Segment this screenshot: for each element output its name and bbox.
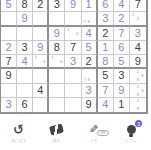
sudoku-board: 5823916479783215916427323987516474161632… — [0, 0, 148, 114]
given-digit: 9 — [86, 99, 92, 110]
user-digit: 2 — [5, 42, 11, 53]
cell-r6c8[interactable]: 5 — [114, 55, 130, 69]
memo-button[interactable]: ✎OFFメモ — [75, 117, 113, 150]
cell-r3c9[interactable]: 15 — [130, 12, 146, 26]
cell-r3c4[interactable] — [49, 12, 65, 26]
cell-r3c1[interactable] — [1, 12, 17, 26]
memo-label: メモ — [90, 138, 98, 143]
cell-r3c2[interactable]: 9 — [17, 12, 33, 26]
cell-r7c3[interactable] — [33, 69, 49, 83]
pencil-mark: 8 — [136, 78, 141, 82]
cell-r5c4[interactable]: 8 — [49, 41, 65, 55]
given-digit: 4 — [37, 85, 43, 96]
user-digit: 1 — [86, 0, 92, 10]
erase-button[interactable]: 消す — [38, 117, 76, 150]
cell-r8c6[interactable]: 3 — [82, 84, 98, 98]
undo-arrow-icon: ↺ — [12, 123, 26, 136]
cell-r3c8[interactable]: 2 — [114, 12, 130, 26]
cell-r5c9[interactable]: 4 — [130, 41, 146, 55]
memo-off-badge: OFF — [97, 130, 109, 137]
cell-r5c7[interactable]: 1 — [98, 41, 114, 55]
user-digit: 7 — [118, 28, 124, 39]
cell-r2c1[interactable]: 5 — [1, 0, 17, 12]
cell-r8c5[interactable] — [65, 84, 81, 98]
cell-r9c1[interactable]: 3 — [1, 98, 17, 112]
lightbulb-shape — [127, 125, 136, 134]
cell-r4c8[interactable]: 7 — [114, 27, 130, 41]
given-digit: 4 — [135, 42, 141, 53]
cell-r2c5[interactable]: 9 — [65, 0, 81, 12]
given-digit: 1 — [118, 99, 124, 110]
pencil-mark: 2 — [136, 99, 141, 103]
cell-r9c9[interactable]: 28 — [130, 98, 146, 112]
pencil-mark: 1 — [34, 56, 38, 60]
cell-r6c1[interactable]: 7 — [1, 55, 17, 69]
user-digit: 9 — [54, 28, 60, 39]
given-digit: 6 — [22, 99, 28, 110]
user-digit: 5 — [86, 42, 92, 53]
toolbar: ↺元に戻す消す✎OFFメモ3ヒント — [0, 117, 150, 150]
given-digit: 2 — [86, 56, 92, 67]
cell-r3c3[interactable] — [33, 12, 49, 26]
given-digit: 2 — [102, 28, 108, 39]
eraser-shape — [49, 124, 64, 136]
cell-r6c3[interactable]: 16 — [33, 55, 49, 69]
cell-r2c9[interactable]: 7 — [130, 0, 146, 12]
user-digit: 3 — [135, 28, 141, 39]
given-digit: 3 — [22, 42, 28, 53]
user-digit: 9 — [22, 13, 28, 24]
cell-r5c6[interactable]: 5 — [82, 41, 98, 55]
pencil-marks: 16 — [66, 28, 79, 39]
user-digit: 3 — [70, 56, 76, 67]
cell-r6c4[interactable]: 16 — [49, 55, 65, 69]
pencil-marks: 268 — [131, 70, 145, 81]
pencil-marks: 78 — [83, 13, 95, 23]
cell-r2c8[interactable]: 4 — [114, 0, 130, 12]
cell-r6c5[interactable]: 3 — [65, 55, 81, 69]
cell-r8c2[interactable] — [17, 84, 33, 98]
user-digit: 4 — [86, 28, 92, 39]
cell-r5c5[interactable]: 7 — [65, 41, 81, 55]
user-digit: 8 — [102, 56, 108, 67]
cell-r2c6[interactable]: 1 — [82, 0, 98, 12]
cell-r5c2[interactable]: 3 — [17, 41, 33, 55]
cell-r2c4[interactable]: 3 — [49, 0, 65, 12]
user-digit: 1 — [102, 42, 108, 53]
undo-arrow-glyph: ↺ — [12, 122, 25, 136]
pencil-marks: 16 — [34, 56, 46, 66]
given-digit: 9 — [5, 70, 11, 81]
cell-r6c2[interactable]: 4 — [17, 55, 33, 69]
cell-r4c9[interactable]: 3 — [130, 27, 146, 41]
pencil-mark: 8 — [87, 78, 91, 82]
cell-r9c4[interactable] — [49, 98, 65, 112]
hint-label: ヒント — [125, 138, 137, 143]
pencil-marks: 78 — [83, 70, 95, 81]
cell-r8c3[interactable]: 4 — [33, 84, 49, 98]
user-digit: 9 — [70, 0, 76, 10]
pencil-mark: 8 — [136, 107, 141, 111]
user-digit: 4 — [102, 99, 108, 110]
given-digit: 7 — [135, 0, 141, 10]
cell-r4c1[interactable] — [1, 27, 17, 41]
cell-r3c7[interactable]: 3 — [98, 12, 114, 26]
cell-r9c5[interactable] — [65, 98, 81, 112]
cell-r8c4[interactable] — [49, 84, 65, 98]
cell-r8c9[interactable]: 268 — [130, 84, 146, 98]
user-digit: 5 — [118, 56, 124, 67]
undo-label: 元に戻す — [11, 138, 27, 143]
lightbulb-icon: 3 — [124, 123, 138, 136]
cell-r2c3[interactable]: 2 — [33, 0, 49, 12]
cell-r7c4[interactable] — [49, 69, 65, 83]
cell-r9c3[interactable] — [33, 98, 49, 112]
pencil-marks: 15 — [131, 13, 145, 23]
user-digit: 9 — [37, 42, 43, 53]
pencil-mark: 6 — [42, 60, 46, 64]
given-digit: 7 — [70, 42, 76, 53]
cell-r9c7[interactable]: 4 — [98, 98, 114, 112]
cell-r7c1[interactable]: 9 — [1, 69, 17, 83]
cell-r2c7[interactable]: 6 — [98, 0, 114, 12]
cell-r6c9[interactable]: 9 — [130, 55, 146, 69]
user-digit: 4 — [22, 56, 28, 67]
given-digit: 9 — [135, 56, 141, 67]
cell-r7c5[interactable] — [65, 69, 81, 83]
user-digit: 6 — [118, 42, 124, 53]
cell-r2c2[interactable]: 8 — [17, 0, 33, 12]
user-digit: 3 — [102, 13, 108, 24]
pencil-mark: 6 — [140, 74, 145, 78]
user-digit: 5 — [5, 0, 11, 10]
given-digit: 3 — [54, 0, 60, 10]
user-digit: 4 — [118, 0, 124, 10]
undo-button[interactable]: ↺元に戻す — [0, 117, 38, 150]
pencil-marks: 28 — [131, 99, 145, 111]
cell-r4c4[interactable]: 9 — [49, 27, 65, 41]
cell-r3c6[interactable]: 78 — [82, 12, 98, 26]
cell-r5c1[interactable]: 2 — [1, 41, 17, 55]
given-digit: 7 — [5, 56, 11, 67]
cell-r7c6[interactable]: 78 — [82, 69, 98, 83]
pencil-mark: 8 — [136, 93, 141, 97]
cell-r9c6[interactable]: 9 — [82, 98, 98, 112]
user-digit: 6 — [102, 0, 108, 10]
user-digit: 7 — [102, 85, 108, 96]
pencil-icon: ✎OFF — [87, 123, 101, 136]
pencil-mark: 1 — [66, 28, 70, 32]
pencil-mark: 1 — [50, 56, 54, 60]
hint-button[interactable]: 3ヒント — [113, 117, 151, 150]
pencil-marks: 16 — [50, 56, 63, 66]
given-digit: 3 — [118, 70, 124, 81]
cell-r3c5[interactable] — [65, 12, 81, 26]
user-digit: 3 — [5, 99, 11, 110]
cell-r8c7[interactable]: 7 — [98, 84, 114, 98]
pencil-mark: 5 — [136, 17, 141, 21]
cell-r4c6[interactable]: 4 — [82, 27, 98, 41]
given-digit: 8 — [54, 42, 60, 53]
cell-r7c9[interactable]: 268 — [130, 69, 146, 83]
given-digit: 2 — [37, 0, 43, 10]
cell-r7c7[interactable]: 5 — [98, 69, 114, 83]
cell-r7c8[interactable]: 3 — [114, 69, 130, 83]
cell-r4c2[interactable] — [17, 27, 33, 41]
sudoku-app: 5823916479783215916427323987516474161632… — [0, 0, 150, 150]
pencil-mark: 8 — [87, 20, 91, 24]
pencil-mark: 6 — [75, 32, 79, 36]
cell-r5c3[interactable]: 9 — [33, 41, 49, 55]
pencil-mark: 6 — [59, 60, 63, 64]
cell-r9c8[interactable]: 1 — [114, 98, 130, 112]
hint-count-badge: 3 — [135, 120, 142, 127]
user-digit: 2 — [118, 13, 124, 24]
eraser-icon — [49, 123, 63, 136]
cell-r7c2[interactable] — [17, 69, 33, 83]
cell-r8c1[interactable] — [1, 84, 17, 98]
cell-r6c6[interactable]: 2 — [82, 55, 98, 69]
cell-r4c5[interactable]: 16 — [65, 27, 81, 41]
cell-r6c7[interactable]: 8 — [98, 55, 114, 69]
given-digit: 5 — [102, 70, 108, 81]
cell-r4c3[interactable] — [33, 27, 49, 41]
erase-label: 消す — [52, 138, 60, 143]
user-digit: 3 — [86, 85, 92, 96]
pencil-marks: 268 — [131, 85, 145, 96]
cell-r5c8[interactable]: 6 — [114, 41, 130, 55]
cell-r8c8[interactable]: 9 — [114, 84, 130, 98]
given-digit: 8 — [22, 0, 28, 10]
cell-r9c2[interactable]: 6 — [17, 98, 33, 112]
cell-r4c7[interactable]: 2 — [98, 27, 114, 41]
pencil-mark: 6 — [140, 89, 145, 93]
user-digit: 9 — [118, 85, 124, 96]
